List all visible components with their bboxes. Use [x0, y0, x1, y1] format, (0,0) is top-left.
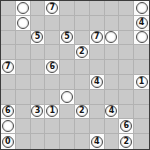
cell-r4c7[interactable]: [105, 60, 120, 75]
cell-r2c1[interactable]: [16, 31, 31, 46]
number-circle: 2: [120, 136, 132, 148]
number-circle: 5: [61, 31, 73, 43]
cell-r0c0[interactable]: [1, 1, 16, 16]
cell-r1c7[interactable]: [105, 16, 120, 31]
puzzle-stage: 7455727641631246042: [0, 0, 150, 150]
cell-r0c2[interactable]: [31, 1, 46, 16]
cell-r3c1[interactable]: [16, 45, 31, 60]
cell-r7c7[interactable]: 4: [105, 105, 120, 120]
cell-r4c5[interactable]: [75, 60, 90, 75]
cell-r5c6[interactable]: 4: [90, 75, 105, 90]
cell-r2c9[interactable]: [134, 31, 149, 46]
cell-r8c4[interactable]: [60, 119, 75, 134]
cell-r0c5[interactable]: [75, 1, 90, 16]
cell-r9c4[interactable]: [60, 134, 75, 149]
cell-r4c0[interactable]: 7: [1, 60, 16, 75]
cell-r5c7[interactable]: [105, 75, 120, 90]
cell-r1c8[interactable]: [119, 16, 134, 31]
cell-r6c3[interactable]: [45, 90, 60, 105]
cell-r5c9[interactable]: 1: [134, 75, 149, 90]
cell-r1c9[interactable]: 4: [134, 16, 149, 31]
cell-r2c6[interactable]: 7: [90, 31, 105, 46]
cell-r3c6[interactable]: [90, 45, 105, 60]
cell-r1c6[interactable]: [90, 16, 105, 31]
cell-r4c8[interactable]: [119, 60, 134, 75]
cell-r0c1[interactable]: [16, 1, 31, 16]
empty-circle: [61, 91, 73, 103]
number-circle: 6: [46, 61, 58, 73]
cell-r1c2[interactable]: [31, 16, 46, 31]
cell-r5c2[interactable]: [31, 75, 46, 90]
cell-r6c8[interactable]: [119, 90, 134, 105]
cell-r5c1[interactable]: [16, 75, 31, 90]
empty-circle: [105, 31, 117, 43]
cell-r6c2[interactable]: [31, 90, 46, 105]
number-circle: 3: [31, 105, 43, 117]
puzzle-board: 7455727641631246042: [0, 0, 150, 150]
cell-r1c4[interactable]: [60, 16, 75, 31]
cell-r8c2[interactable]: [31, 119, 46, 134]
cell-r8c6[interactable]: [90, 119, 105, 134]
cell-r2c0[interactable]: [1, 31, 16, 46]
cell-r4c1[interactable]: [16, 60, 31, 75]
number-circle: 1: [136, 76, 148, 88]
cell-r6c9[interactable]: [134, 90, 149, 105]
cell-r2c7[interactable]: [105, 31, 120, 46]
cell-r9c9[interactable]: [134, 134, 149, 149]
cell-r7c2[interactable]: 3: [31, 105, 46, 120]
number-circle: 7: [91, 31, 103, 43]
number-circle: 7: [46, 2, 58, 14]
cell-r7c1[interactable]: [16, 105, 31, 120]
number-circle: 6: [2, 105, 14, 117]
cell-r3c3[interactable]: [45, 45, 60, 60]
cell-r5c3[interactable]: [45, 75, 60, 90]
cell-r6c0[interactable]: [1, 90, 16, 105]
cell-r1c3[interactable]: [45, 16, 60, 31]
cell-r0c7[interactable]: [105, 1, 120, 16]
cell-r0c8[interactable]: [119, 1, 134, 16]
number-circle: 6: [120, 120, 132, 132]
cell-r1c5[interactable]: [75, 16, 90, 31]
cell-r6c6[interactable]: [90, 90, 105, 105]
cell-r1c0[interactable]: [1, 16, 16, 31]
number-circle: 4: [91, 76, 103, 88]
cell-r9c7[interactable]: [105, 134, 120, 149]
cell-r3c5[interactable]: 2: [75, 45, 90, 60]
empty-circle: [2, 120, 14, 132]
cell-r4c9[interactable]: [134, 60, 149, 75]
cell-r3c9[interactable]: [134, 45, 149, 60]
number-circle: 2: [76, 46, 88, 58]
cell-r9c3[interactable]: [45, 134, 60, 149]
cell-r2c4[interactable]: 5: [60, 31, 75, 46]
cell-r6c1[interactable]: [16, 90, 31, 105]
number-circle: 4: [136, 17, 148, 29]
cell-r9c6[interactable]: 4: [90, 134, 105, 149]
cell-r5c5[interactable]: [75, 75, 90, 90]
cell-r7c5[interactable]: 2: [75, 105, 90, 120]
cell-r4c2[interactable]: [31, 60, 46, 75]
number-circle: 4: [105, 105, 117, 117]
cell-r3c7[interactable]: [105, 45, 120, 60]
cell-r5c8[interactable]: [119, 75, 134, 90]
cell-r8c5[interactable]: [75, 119, 90, 134]
cell-r8c9[interactable]: [134, 119, 149, 134]
number-circle: 0: [2, 136, 14, 148]
cell-r9c0[interactable]: 0: [1, 134, 16, 149]
cell-r2c8[interactable]: [119, 31, 134, 46]
cell-r3c0[interactable]: [1, 45, 16, 60]
cell-r9c1[interactable]: [16, 134, 31, 149]
number-circle: 7: [2, 61, 14, 73]
cell-r4c3[interactable]: 6: [45, 60, 60, 75]
cell-r1c1[interactable]: [16, 16, 31, 31]
cell-r8c0[interactable]: [1, 119, 16, 134]
number-circle: 1: [46, 105, 58, 117]
cell-r8c8[interactable]: 6: [119, 119, 134, 134]
cell-r4c4[interactable]: [60, 60, 75, 75]
cell-r6c5[interactable]: [75, 90, 90, 105]
cell-r4c6[interactable]: [90, 60, 105, 75]
number-circle: 4: [91, 136, 103, 148]
cell-r7c6[interactable]: [90, 105, 105, 120]
cell-r9c8[interactable]: 2: [119, 134, 134, 149]
cell-r3c2[interactable]: [31, 45, 46, 60]
empty-circle: [136, 2, 148, 14]
cell-r2c2[interactable]: 5: [31, 31, 46, 46]
cell-r8c1[interactable]: [16, 119, 31, 134]
cell-r3c8[interactable]: [119, 45, 134, 60]
cell-r8c3[interactable]: [45, 119, 60, 134]
cell-r0c6[interactable]: [90, 1, 105, 16]
cell-r9c5[interactable]: [75, 134, 90, 149]
cell-r2c3[interactable]: [45, 31, 60, 46]
empty-circle: [17, 17, 29, 29]
cell-r0c3[interactable]: 7: [45, 1, 60, 16]
cell-r9c2[interactable]: [31, 134, 46, 149]
cell-r6c7[interactable]: [105, 90, 120, 105]
cell-r7c0[interactable]: 6: [1, 105, 16, 120]
cell-r5c0[interactable]: [1, 75, 16, 90]
cell-r7c9[interactable]: [134, 105, 149, 120]
number-circle: 2: [76, 105, 88, 117]
cell-r7c8[interactable]: [119, 105, 134, 120]
empty-circle: [17, 2, 29, 14]
cell-r8c7[interactable]: [105, 119, 120, 134]
cell-r2c5[interactable]: [75, 31, 90, 46]
cell-r7c4[interactable]: [60, 105, 75, 120]
cell-r6c4[interactable]: [60, 90, 75, 105]
cell-r3c4[interactable]: [60, 45, 75, 60]
number-circle: 5: [31, 31, 43, 43]
cell-r7c3[interactable]: 1: [45, 105, 60, 120]
cell-r5c4[interactable]: [60, 75, 75, 90]
empty-circle: [136, 31, 148, 43]
cell-r0c9[interactable]: [134, 1, 149, 16]
cell-r0c4[interactable]: [60, 1, 75, 16]
